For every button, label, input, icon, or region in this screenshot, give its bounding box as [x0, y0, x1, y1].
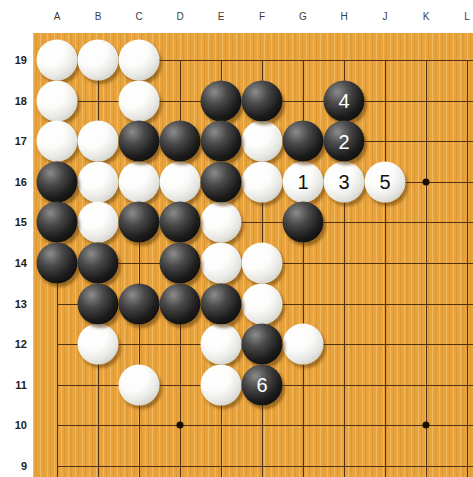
stone-F17[interactable] [242, 121, 283, 162]
stone-F18[interactable] [242, 80, 283, 121]
stone-C18[interactable] [119, 80, 160, 121]
col-label-L: L [464, 11, 470, 22]
star-point-K10 [423, 422, 430, 429]
grid-hline-9 [57, 466, 473, 467]
stone-J16[interactable]: 5 [365, 161, 406, 202]
row-label-13: 13 [0, 298, 27, 310]
stone-B14[interactable] [78, 243, 119, 284]
stone-E11[interactable] [201, 364, 242, 405]
stone-G12[interactable] [283, 324, 324, 365]
row-label-16: 16 [0, 176, 27, 188]
stone-F16[interactable] [242, 161, 283, 202]
stone-G15[interactable] [283, 202, 324, 243]
col-label-K: K [423, 11, 430, 22]
stone-E18[interactable] [201, 80, 242, 121]
stone-A19[interactable] [37, 40, 78, 81]
col-label-C: C [135, 11, 142, 22]
stone-E15[interactable] [201, 202, 242, 243]
grid-vline-J [385, 60, 386, 477]
stone-B17[interactable] [78, 121, 119, 162]
stone-D13[interactable] [160, 283, 201, 324]
stone-E12[interactable] [201, 324, 242, 365]
stone-D16[interactable] [160, 161, 201, 202]
stone-C11[interactable] [119, 364, 160, 405]
col-label-F: F [259, 11, 265, 22]
stone-C17[interactable] [119, 121, 160, 162]
stone-E13[interactable] [201, 283, 242, 324]
move-number-6: 6 [256, 375, 267, 395]
row-label-9: 9 [0, 460, 27, 472]
row-label-14: 14 [0, 257, 27, 269]
stone-F11[interactable]: 6 [242, 364, 283, 405]
grid-vline-L [467, 60, 468, 477]
stone-H16[interactable]: 3 [324, 161, 365, 202]
row-label-19: 19 [0, 54, 27, 66]
move-number-4: 4 [338, 91, 349, 111]
stone-B15[interactable] [78, 202, 119, 243]
col-label-E: E [218, 11, 225, 22]
stone-A18[interactable] [37, 80, 78, 121]
stone-E16[interactable] [201, 161, 242, 202]
stone-B13[interactable] [78, 283, 119, 324]
move-number-3: 3 [338, 172, 349, 192]
row-labels: 191817161514131211109 [0, 0, 33, 477]
stone-D14[interactable] [160, 243, 201, 284]
move-number-5: 5 [379, 172, 390, 192]
go-diagram: 135426 ABCDEFGHJKL 191817161514131211109 [0, 0, 473, 477]
row-label-17: 17 [0, 135, 27, 147]
star-point-K16 [423, 178, 430, 185]
stone-E17[interactable] [201, 121, 242, 162]
row-label-11: 11 [0, 379, 27, 391]
col-label-H: H [340, 11, 347, 22]
stone-F13[interactable] [242, 283, 283, 324]
stone-A14[interactable] [37, 243, 78, 284]
stone-F14[interactable] [242, 243, 283, 284]
stone-G16[interactable]: 1 [283, 161, 324, 202]
stone-B19[interactable] [78, 40, 119, 81]
stone-B16[interactable] [78, 161, 119, 202]
stone-H17[interactable]: 2 [324, 121, 365, 162]
move-number-1: 1 [297, 172, 308, 192]
stone-A16[interactable] [37, 161, 78, 202]
stone-C16[interactable] [119, 161, 160, 202]
col-label-B: B [95, 11, 102, 22]
stone-A15[interactable] [37, 202, 78, 243]
row-label-15: 15 [0, 216, 27, 228]
row-label-10: 10 [0, 419, 27, 431]
col-label-D: D [176, 11, 183, 22]
stone-C15[interactable] [119, 202, 160, 243]
col-label-G: G [299, 11, 307, 22]
column-labels: ABCDEFGHJKL [0, 0, 473, 33]
stone-A17[interactable] [37, 121, 78, 162]
move-number-2: 2 [338, 131, 349, 151]
stone-E14[interactable] [201, 243, 242, 284]
stone-D15[interactable] [160, 202, 201, 243]
grid-hline-10 [57, 425, 473, 426]
stone-D17[interactable] [160, 121, 201, 162]
col-label-A: A [54, 11, 61, 22]
grid-vline-K [426, 60, 427, 477]
stone-G17[interactable] [283, 121, 324, 162]
stone-F12[interactable] [242, 324, 283, 365]
stone-C13[interactable] [119, 283, 160, 324]
row-label-12: 12 [0, 338, 27, 350]
star-point-D10 [177, 422, 184, 429]
row-label-18: 18 [0, 95, 27, 107]
stone-B12[interactable] [78, 324, 119, 365]
stone-H18[interactable]: 4 [324, 80, 365, 121]
col-label-J: J [383, 11, 388, 22]
stone-C19[interactable] [119, 40, 160, 81]
